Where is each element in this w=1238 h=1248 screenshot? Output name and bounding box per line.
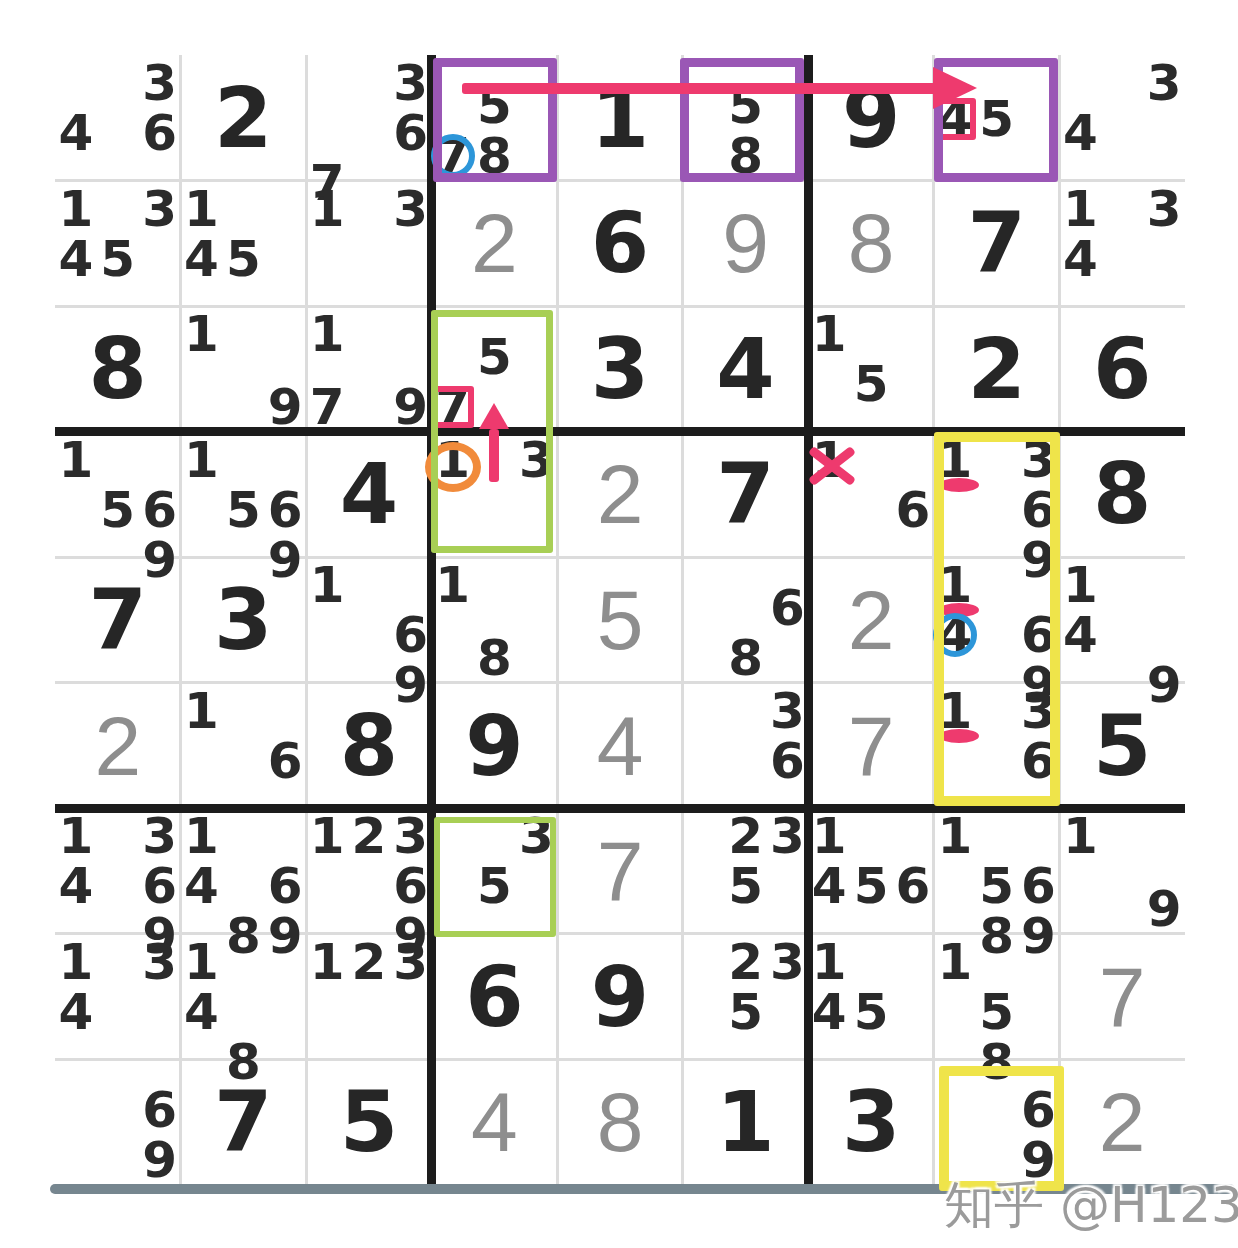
- candidate-1: 1: [1059, 560, 1101, 610]
- solved-digit: 9: [722, 201, 769, 285]
- empty-candidate-slot: [725, 686, 767, 736]
- pencil-marks: 68: [683, 557, 809, 683]
- candidate-4: 4: [55, 861, 97, 911]
- cell-r4c1[interactable]: 1569: [55, 432, 181, 558]
- pencil-marks: 58: [683, 55, 809, 181]
- cell-r6c9[interactable]: 5: [1059, 683, 1185, 809]
- cell-r2c1[interactable]: 1345: [55, 181, 181, 307]
- candidate-3: 3: [766, 937, 808, 987]
- empty-candidate-slot: [97, 284, 139, 307]
- empty-candidate-slot: [1143, 158, 1185, 181]
- candidate-4-box-pink-mark: 4: [934, 94, 976, 144]
- solved-digit: 8: [848, 201, 895, 285]
- pencil-marks: 1369: [934, 432, 1060, 558]
- candidate-5: 5: [222, 485, 264, 535]
- cell-r3c4[interactable]: 57: [432, 306, 558, 432]
- empty-candidate-slot: [976, 736, 1018, 786]
- candidate-1: 1: [181, 937, 223, 987]
- cell-r4c9[interactable]: 8: [1059, 432, 1185, 558]
- empty-candidate-slot: [97, 811, 139, 861]
- empty-candidate-slot: [515, 332, 557, 382]
- cell-r2c6[interactable]: 9: [683, 181, 809, 307]
- cell-r7c4[interactable]: 35: [432, 808, 558, 934]
- cell-r9c5[interactable]: 8: [557, 1059, 683, 1185]
- given-digit: 5: [340, 1080, 398, 1164]
- empty-candidate-slot: [515, 521, 557, 557]
- empty-candidate-slot: [892, 987, 934, 1037]
- empty-candidate-slot: [515, 610, 557, 633]
- cell-r3c5[interactable]: 3: [557, 306, 683, 432]
- cell-r4c8[interactable]: 1369: [934, 432, 1060, 558]
- cell-r8c8[interactable]: 158: [934, 934, 1060, 1060]
- cell-r9c4[interactable]: 4: [432, 1059, 558, 1185]
- pencil-marks: 148: [181, 934, 307, 1060]
- cell-r9c8[interactable]: 69: [934, 1059, 1060, 1185]
- empty-candidate-slot: [139, 987, 181, 1037]
- candidate-9: 9: [390, 382, 432, 432]
- empty-candidate-slot: [139, 234, 181, 284]
- empty-candidate-slot: [976, 610, 1018, 660]
- cell-r7c5[interactable]: 7: [557, 808, 683, 934]
- empty-candidate-slot: [1018, 987, 1060, 1037]
- cell-r2c9[interactable]: 134: [1059, 181, 1185, 307]
- candidate-1: 1: [808, 811, 850, 861]
- empty-candidate-slot: [808, 485, 850, 535]
- empty-candidate-slot: [432, 633, 474, 683]
- empty-candidate-slot: [725, 1037, 767, 1060]
- empty-candidate-slot: [474, 382, 516, 432]
- empty-candidate-slot: [976, 144, 1018, 180]
- empty-candidate-slot: [97, 1037, 139, 1060]
- empty-candidate-slot: [222, 937, 264, 987]
- cell-r1c5[interactable]: 1: [557, 55, 683, 181]
- empty-candidate-slot: [181, 382, 223, 432]
- empty-candidate-slot: [515, 382, 557, 432]
- empty-candidate-slot: [515, 485, 557, 521]
- empty-candidate-slot: [1059, 884, 1101, 934]
- pencil-marks: 179: [306, 306, 432, 432]
- pencil-marks: 1569: [181, 432, 307, 558]
- empty-candidate-slot: [976, 811, 1018, 861]
- candidate-8: 8: [725, 131, 767, 181]
- candidate-1: 1: [1059, 811, 1101, 861]
- empty-candidate-slot: [1143, 108, 1185, 158]
- cell-r8c4[interactable]: 6: [432, 934, 558, 1060]
- empty-candidate-slot: [97, 861, 139, 911]
- empty-candidate-slot: [97, 1135, 139, 1185]
- cell-r3c1[interactable]: 8: [55, 306, 181, 432]
- solved-digit: 2: [471, 201, 518, 285]
- cell-r5c9[interactable]: 149: [1059, 557, 1185, 683]
- empty-candidate-slot: [1018, 937, 1060, 987]
- empty-candidate-slot: [976, 1062, 1018, 1085]
- solved-digit: 4: [597, 704, 644, 788]
- given-digit: 8: [340, 704, 398, 788]
- candidate-3: 3: [1018, 686, 1060, 736]
- empty-candidate-slot: [348, 184, 390, 234]
- cell-r5c3[interactable]: 169: [306, 557, 432, 683]
- pencil-marks: 12369: [306, 808, 432, 934]
- cell-r5c7[interactable]: 2: [808, 557, 934, 683]
- cell-r1c7[interactable]: 9: [808, 55, 934, 181]
- cell-r6c4[interactable]: 9: [432, 683, 558, 809]
- empty-candidate-slot: [348, 987, 390, 1023]
- cell-r4c4[interactable]: 13: [432, 432, 558, 558]
- empty-candidate-slot: [934, 1062, 976, 1085]
- empty-candidate-slot: [432, 332, 474, 382]
- cell-r9c7[interactable]: 3: [808, 1059, 934, 1185]
- candidate-1-strike-pink-mark: 1: [934, 560, 976, 610]
- cell-r1c1[interactable]: 346: [55, 55, 181, 181]
- candidate-6: 6: [264, 861, 306, 911]
- cell-r3c3[interactable]: 179: [306, 306, 432, 432]
- pencil-marks: 169: [306, 557, 432, 683]
- cell-r8c7[interactable]: 145: [808, 934, 934, 1060]
- cell-r3c8[interactable]: 2: [934, 306, 1060, 432]
- cell-r3c6[interactable]: 4: [683, 306, 809, 432]
- empty-candidate-slot: [390, 1023, 432, 1059]
- empty-candidate-slot: [976, 435, 1018, 485]
- cell-r2c4[interactable]: 2: [432, 181, 558, 307]
- empty-candidate-slot: [934, 786, 976, 809]
- empty-candidate-slot: [264, 284, 306, 307]
- empty-candidate-slot: [1018, 94, 1060, 144]
- candidate-1: 1: [306, 184, 348, 234]
- empty-candidate-slot: [1101, 158, 1143, 181]
- given-digit: 3: [842, 1080, 900, 1164]
- candidate-2: 2: [348, 937, 390, 987]
- cell-r3c7[interactable]: 15: [808, 306, 934, 432]
- empty-candidate-slot: [222, 359, 264, 382]
- cell-r4c3[interactable]: 4: [306, 432, 432, 558]
- empty-candidate-slot: [683, 736, 725, 786]
- cell-r7c8[interactable]: 15689: [934, 808, 1060, 934]
- empty-candidate-slot: [850, 911, 892, 934]
- candidate-1-x-pink-mark: 1: [808, 435, 850, 485]
- empty-candidate-slot: [892, 309, 934, 359]
- cell-r1c6[interactable]: 58: [683, 55, 809, 181]
- cell-r4c6[interactable]: 7: [683, 432, 809, 558]
- candidate-5: 5: [725, 987, 767, 1037]
- cell-r5c4[interactable]: 18: [432, 557, 558, 683]
- given-digit: 7: [967, 201, 1025, 285]
- empty-candidate-slot: [1018, 58, 1060, 94]
- solved-digit: 7: [848, 704, 895, 788]
- candidate-6: 6: [139, 108, 181, 158]
- given-digit: 5: [1093, 704, 1151, 788]
- empty-candidate-slot: [515, 131, 557, 181]
- candidate-5: 5: [474, 332, 516, 382]
- cell-r2c8[interactable]: 7: [934, 181, 1060, 307]
- empty-candidate-slot: [515, 309, 557, 332]
- empty-candidate-slot: [1059, 58, 1101, 108]
- candidate-6: 6: [1018, 610, 1060, 660]
- candidate-3: 3: [390, 184, 432, 234]
- empty-candidate-slot: [892, 811, 934, 861]
- empty-candidate-slot: [1059, 861, 1101, 884]
- empty-candidate-slot: [892, 359, 934, 409]
- cell-r4c2[interactable]: 1569: [181, 432, 307, 558]
- empty-candidate-slot: [892, 937, 934, 987]
- cell-r9c9[interactable]: 2: [1059, 1059, 1185, 1185]
- empty-candidate-slot: [306, 1023, 348, 1059]
- empty-candidate-slot: [683, 937, 725, 987]
- cell-r9c3[interactable]: 5: [306, 1059, 432, 1185]
- empty-candidate-slot: [55, 1037, 97, 1060]
- empty-candidate-slot: [348, 861, 390, 911]
- cell-r7c6[interactable]: 235: [683, 808, 809, 934]
- cell-r4c5[interactable]: 2: [557, 432, 683, 558]
- cell-r7c3[interactable]: 12369: [306, 808, 432, 934]
- solved-digit: 2: [1099, 1080, 1146, 1164]
- candidate-5: 5: [474, 81, 516, 131]
- cell-r7c1[interactable]: 13469: [55, 808, 181, 934]
- candidate-6: 6: [892, 485, 934, 535]
- pencil-marks: 36: [683, 683, 809, 809]
- empty-candidate-slot: [683, 131, 725, 181]
- empty-candidate-slot: [97, 1062, 139, 1085]
- empty-candidate-slot: [515, 58, 557, 81]
- candidate-4: 4: [55, 108, 97, 158]
- empty-candidate-slot: [306, 108, 348, 158]
- empty-candidate-slot: [683, 560, 725, 583]
- empty-candidate-slot: [390, 270, 432, 306]
- candidate-6: 6: [390, 108, 432, 158]
- empty-candidate-slot: [850, 309, 892, 359]
- empty-candidate-slot: [139, 158, 181, 181]
- empty-candidate-slot: [264, 811, 306, 861]
- empty-candidate-slot: [264, 435, 306, 485]
- cell-r8c6[interactable]: 235: [683, 934, 809, 1060]
- empty-candidate-slot: [976, 686, 1018, 736]
- given-digit: 4: [716, 327, 774, 411]
- candidate-3: 3: [1143, 58, 1185, 108]
- empty-candidate-slot: [515, 560, 557, 610]
- given-digit: 7: [214, 1080, 272, 1164]
- candidate-1: 1: [432, 560, 474, 610]
- candidate-6: 6: [139, 1085, 181, 1135]
- cell-r1c2[interactable]: 2: [181, 55, 307, 181]
- pencil-marks: 145: [181, 181, 307, 307]
- cell-r4c7[interactable]: 16: [808, 432, 934, 558]
- empty-candidate-slot: [97, 937, 139, 987]
- solved-digit: 8: [597, 1080, 644, 1164]
- empty-candidate-slot: [222, 184, 264, 234]
- candidate-1: 1: [934, 811, 976, 861]
- pencil-marks: 13: [432, 432, 558, 558]
- empty-candidate-slot: [264, 686, 306, 736]
- cell-r2c3[interactable]: 13: [306, 181, 432, 307]
- empty-candidate-slot: [766, 633, 808, 683]
- sudoku-board: 3462367578158945341345145132698713481917…: [55, 55, 1185, 1185]
- empty-candidate-slot: [222, 382, 264, 432]
- pencil-marks: 69: [55, 1059, 181, 1185]
- candidate-3: 3: [1018, 435, 1060, 485]
- cell-r6c6[interactable]: 36: [683, 683, 809, 809]
- solved-digit: 7: [597, 829, 644, 913]
- cell-r2c5[interactable]: 6: [557, 181, 683, 307]
- candidate-6: 6: [766, 583, 808, 633]
- empty-candidate-slot: [390, 560, 432, 610]
- empty-candidate-slot: [683, 686, 725, 736]
- empty-candidate-slot: [181, 786, 223, 809]
- empty-candidate-slot: [976, 1085, 1018, 1135]
- given-digit: 1: [716, 1080, 774, 1164]
- cell-r1c8[interactable]: 45: [934, 55, 1060, 181]
- empty-candidate-slot: [725, 583, 767, 633]
- cell-r6c8[interactable]: 136: [934, 683, 1060, 809]
- pencil-marks: 158: [934, 934, 1060, 1060]
- pencil-marks: 346: [55, 55, 181, 181]
- cell-r1c9[interactable]: 34: [1059, 55, 1185, 181]
- empty-candidate-slot: [97, 158, 139, 181]
- cell-r6c3[interactable]: 8: [306, 683, 432, 809]
- cell-r6c5[interactable]: 4: [557, 683, 683, 809]
- cell-r1c4[interactable]: 578: [432, 55, 558, 181]
- empty-candidate-slot: [1101, 284, 1143, 307]
- given-digit: 9: [591, 955, 649, 1039]
- empty-candidate-slot: [390, 987, 432, 1023]
- cell-r6c1[interactable]: 2: [55, 683, 181, 809]
- empty-candidate-slot: [934, 861, 976, 911]
- candidate-3: 3: [766, 686, 808, 736]
- given-digit: 6: [1093, 327, 1151, 411]
- cell-r5c5[interactable]: 5: [557, 557, 683, 683]
- candidate-9: 9: [264, 382, 306, 432]
- given-digit: 7: [89, 578, 147, 662]
- candidate-1: 1: [306, 309, 348, 359]
- candidate-4: 4: [1059, 610, 1101, 660]
- empty-candidate-slot: [222, 435, 264, 485]
- candidate-3: 3: [390, 811, 432, 861]
- cell-r8c5[interactable]: 9: [557, 934, 683, 1060]
- watermark: 知乎 @H1236rt: [944, 1180, 1238, 1230]
- solved-digit: 5: [597, 578, 644, 662]
- empty-candidate-slot: [766, 987, 808, 1037]
- empty-candidate-slot: [1018, 560, 1060, 610]
- empty-candidate-slot: [348, 382, 390, 432]
- cell-r5c1[interactable]: 7: [55, 557, 181, 683]
- cell-r9c1[interactable]: 69: [55, 1059, 181, 1185]
- candidate-5: 5: [474, 861, 516, 911]
- empty-candidate-slot: [348, 108, 390, 158]
- pencil-marks: 16: [808, 432, 934, 558]
- empty-candidate-slot: [1018, 144, 1060, 180]
- candidate-3: 3: [139, 58, 181, 108]
- empty-candidate-slot: [683, 786, 725, 809]
- empty-candidate-slot: [181, 485, 223, 535]
- cell-r9c6[interactable]: 1: [683, 1059, 809, 1185]
- candidate-5: 5: [850, 987, 892, 1037]
- candidate-5: 5: [97, 485, 139, 535]
- cell-r5c6[interactable]: 68: [683, 557, 809, 683]
- cell-r9c2[interactable]: 7: [181, 1059, 307, 1185]
- candidate-4-circle-blue-mark: 4: [934, 610, 976, 660]
- candidate-3: 3: [390, 58, 432, 108]
- cell-r7c9[interactable]: 19: [1059, 808, 1185, 934]
- empty-candidate-slot: [1059, 284, 1101, 307]
- empty-candidate-slot: [222, 861, 264, 911]
- cell-r2c2[interactable]: 145: [181, 181, 307, 307]
- cell-r8c1[interactable]: 134: [55, 934, 181, 1060]
- empty-candidate-slot: [976, 937, 1018, 987]
- pencil-marks: 18: [432, 557, 558, 683]
- candidate-9: 9: [1143, 884, 1185, 934]
- empty-candidate-slot: [892, 1037, 934, 1060]
- empty-candidate-slot: [264, 309, 306, 359]
- empty-candidate-slot: [55, 284, 97, 307]
- candidate-1: 1: [808, 309, 850, 359]
- cell-r3c2[interactable]: 19: [181, 306, 307, 432]
- empty-candidate-slot: [850, 409, 892, 432]
- empty-candidate-slot: [432, 58, 474, 81]
- empty-candidate-slot: [97, 987, 139, 1037]
- empty-candidate-slot: [766, 786, 808, 809]
- empty-candidate-slot: [97, 184, 139, 234]
- cell-r6c2[interactable]: 16: [181, 683, 307, 809]
- pencil-marks: 35: [432, 808, 558, 934]
- candidate-3: 3: [766, 811, 808, 861]
- candidate-6: 6: [1018, 485, 1060, 535]
- cell-r3c9[interactable]: 6: [1059, 306, 1185, 432]
- cell-r2c7[interactable]: 8: [808, 181, 934, 307]
- candidate-1-strike-pink-mark: 1: [934, 435, 976, 485]
- candidate-5: 5: [850, 861, 892, 911]
- empty-candidate-slot: [181, 359, 223, 382]
- empty-candidate-slot: [1101, 861, 1143, 884]
- empty-candidate-slot: [222, 987, 264, 1037]
- cell-r8c9[interactable]: 7: [1059, 934, 1185, 1060]
- empty-candidate-slot: [432, 610, 474, 633]
- candidate-4: 4: [808, 861, 850, 911]
- candidate-3: 3: [515, 435, 557, 485]
- candidate-1: 1: [181, 184, 223, 234]
- candidate-8: 8: [474, 131, 516, 181]
- cell-r5c8[interactable]: 1469: [934, 557, 1060, 683]
- given-digit: 7: [716, 452, 774, 536]
- candidate-1: 1: [181, 435, 223, 485]
- candidate-5: 5: [725, 81, 767, 131]
- pencil-marks: 1569: [55, 432, 181, 558]
- empty-candidate-slot: [1101, 108, 1143, 158]
- candidate-2: 2: [725, 811, 767, 861]
- empty-candidate-slot: [850, 937, 892, 987]
- empty-candidate-slot: [474, 521, 516, 557]
- candidate-2: 2: [725, 937, 767, 987]
- empty-candidate-slot: [683, 583, 725, 633]
- cell-r8c3[interactable]: 123: [306, 934, 432, 1060]
- cell-r6c7[interactable]: 7: [808, 683, 934, 809]
- candidate-4: 4: [1059, 234, 1101, 284]
- empty-candidate-slot: [348, 58, 390, 108]
- empty-candidate-slot: [892, 435, 934, 485]
- empty-candidate-slot: [55, 58, 97, 108]
- cell-r7c2[interactable]: 14689: [181, 808, 307, 934]
- empty-candidate-slot: [892, 409, 934, 432]
- candidate-1: 1: [306, 811, 348, 861]
- cell-r8c2[interactable]: 148: [181, 934, 307, 1060]
- empty-candidate-slot: [976, 560, 1018, 610]
- cell-r7c7[interactable]: 1456: [808, 808, 934, 934]
- candidate-6: 6: [264, 485, 306, 535]
- candidate-1: 1: [1059, 184, 1101, 234]
- empty-candidate-slot: [348, 234, 390, 270]
- given-digit: 3: [591, 327, 649, 411]
- candidate-4: 4: [55, 987, 97, 1037]
- cell-r5c2[interactable]: 3: [181, 557, 307, 683]
- pencil-marks: 13: [306, 181, 432, 307]
- cell-r1c3[interactable]: 367: [306, 55, 432, 181]
